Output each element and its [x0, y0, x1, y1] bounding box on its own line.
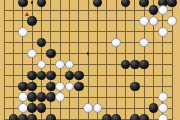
stone-white[interactable] [55, 92, 65, 102]
stone-black[interactable] [46, 49, 56, 59]
stone-white[interactable] [139, 38, 149, 48]
stone-black[interactable] [27, 114, 37, 120]
stone-black[interactable] [65, 71, 75, 81]
stone-white[interactable] [158, 92, 168, 102]
stone-white[interactable] [55, 60, 65, 70]
stone-black[interactable] [93, 0, 103, 7]
stone-black[interactable] [18, 0, 28, 7]
stone-white[interactable] [65, 82, 75, 92]
stone-white[interactable] [83, 103, 93, 113]
stone-black[interactable] [111, 114, 121, 120]
stone-black[interactable] [46, 92, 56, 102]
stone-black[interactable] [167, 0, 177, 7]
stone-white[interactable] [158, 5, 168, 15]
grid-line-vertical [13, 0, 14, 120]
stone-white[interactable] [167, 16, 177, 26]
last-move-marker [25, 12, 29, 16]
stone-black[interactable] [27, 82, 37, 92]
stone-black[interactable] [139, 60, 149, 70]
stone-black[interactable] [46, 114, 56, 120]
stone-black[interactable] [37, 38, 47, 48]
grid-line-horizontal [4, 10, 173, 11]
grid-line-vertical [97, 0, 98, 120]
stone-black[interactable] [46, 82, 56, 92]
grid-line-vertical [22, 0, 23, 120]
grid-line-vertical [116, 0, 117, 120]
grid-line-vertical [106, 0, 107, 120]
stone-white[interactable] [158, 27, 168, 37]
stone-white[interactable] [55, 82, 65, 92]
stone-black[interactable] [9, 114, 19, 120]
stone-white[interactable] [27, 49, 37, 59]
stone-black[interactable] [130, 82, 140, 92]
stone-black[interactable] [27, 103, 37, 113]
stone-white[interactable] [111, 38, 121, 48]
stone-white[interactable] [18, 103, 28, 113]
stone-black[interactable] [46, 71, 56, 81]
stone-black[interactable] [149, 103, 159, 113]
stone-black[interactable] [37, 71, 47, 81]
stone-black[interactable] [102, 114, 112, 120]
stone-black[interactable] [139, 0, 149, 7]
stone-black[interactable] [18, 114, 28, 120]
stone-white[interactable] [149, 16, 159, 26]
stone-black[interactable] [121, 60, 131, 70]
stone-black[interactable] [121, 0, 131, 7]
stone-black[interactable] [27, 92, 37, 102]
stone-white[interactable] [65, 60, 75, 70]
stone-white[interactable] [158, 103, 168, 113]
go-board[interactable] [0, 0, 180, 120]
stone-black[interactable] [139, 114, 149, 120]
stone-black[interactable] [74, 82, 84, 92]
grid-line-vertical [88, 0, 89, 120]
stone-black[interactable] [37, 92, 47, 102]
grid-line-horizontal [4, 31, 173, 32]
stone-white[interactable] [158, 114, 168, 120]
stone-black[interactable] [74, 71, 84, 81]
stone-white[interactable] [139, 16, 149, 26]
stone-black[interactable] [37, 0, 47, 7]
stone-black[interactable] [149, 5, 159, 15]
stone-black[interactable] [130, 114, 140, 120]
stone-black[interactable] [37, 103, 47, 113]
stone-black[interactable] [130, 60, 140, 70]
stone-black[interactable] [27, 16, 37, 26]
stone-white[interactable] [37, 60, 47, 70]
stone-black[interactable] [27, 71, 37, 81]
grid-line-vertical [50, 0, 51, 120]
stone-white[interactable] [18, 92, 28, 102]
stone-white[interactable] [18, 27, 28, 37]
stone-black[interactable] [18, 82, 28, 92]
hoshi-point [31, 1, 34, 4]
grid-line-vertical [78, 0, 79, 120]
grid-line-vertical [162, 0, 163, 120]
stone-white[interactable] [93, 103, 103, 113]
grid-line-vertical [4, 0, 5, 120]
